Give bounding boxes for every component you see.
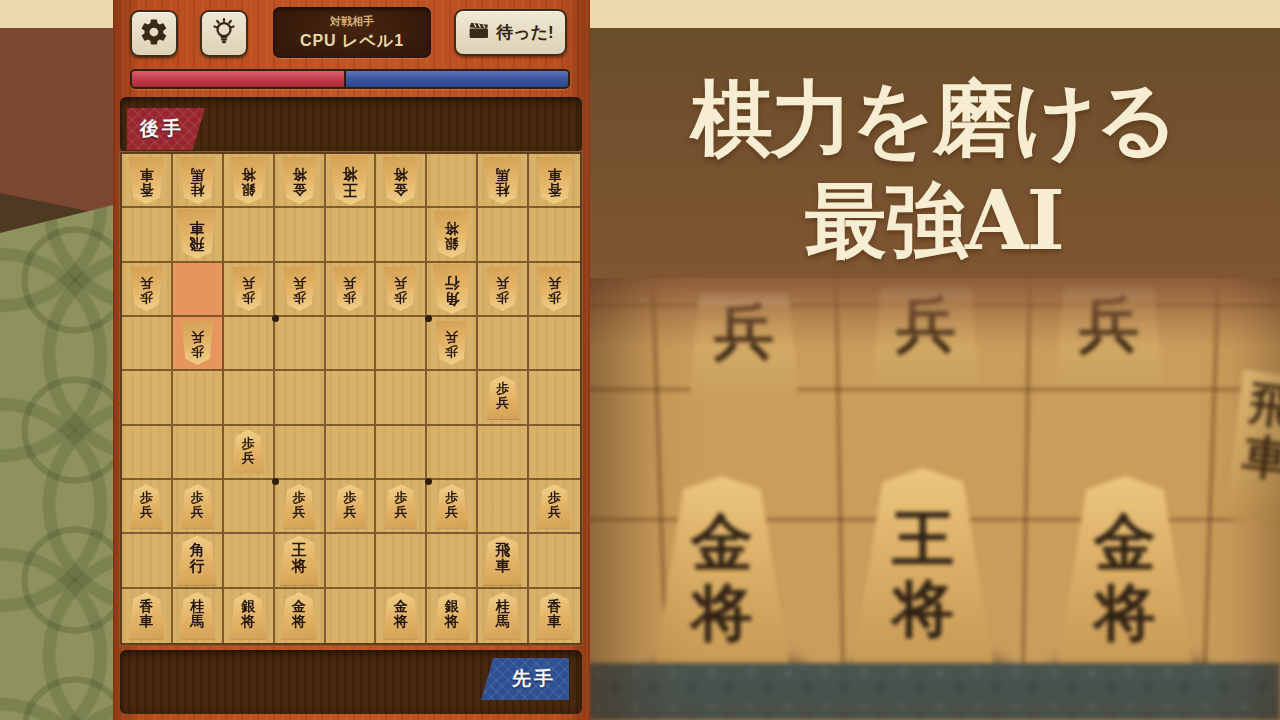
board-cell[interactable]: 歩兵 [376,263,427,317]
piece-kanji: 兵 [191,505,204,519]
hint-button[interactable] [200,10,248,57]
board-cell[interactable] [275,426,326,480]
sente-piece[interactable]: 金将 [279,592,320,639]
sente-piece[interactable]: 銀将 [431,592,472,639]
gote-piece[interactable]: 角行 [430,264,474,314]
screen: 兵 兵 兵 飛車 金将 王将 金将 棋力を磨ける 最強AI [0,0,1280,720]
piece-kanji: 車 [139,614,153,629]
piece-kanji: 歩 [548,491,561,505]
board-cell[interactable] [376,317,427,371]
piece-kanji: 兵 [343,276,356,290]
gote-piece[interactable]: 歩兵 [382,267,419,311]
promo-line-2: 最強AI [588,170,1280,270]
gote-piece[interactable]: 桂馬 [482,157,523,204]
photo-vignette [588,278,1280,720]
left-background-pattern [0,205,113,720]
board-cell[interactable] [122,534,173,588]
sente-piece[interactable]: 歩兵 [179,484,216,528]
sente-piece[interactable]: 香車 [534,592,575,639]
board-cell[interactable]: 歩兵 [326,263,377,317]
board-cell[interactable]: 歩兵 [224,263,275,317]
board-cell[interactable]: 飛車 [478,534,529,588]
piece-kanji: 兵 [293,276,306,290]
opponent-panel: 対戦相手 CPU レベル1 [273,7,431,58]
board-cell[interactable]: 銀将 [224,154,275,208]
board-cell[interactable] [529,534,580,588]
board-cell[interactable]: 歩兵 [122,263,173,317]
board-cell[interactable]: 桂馬 [478,589,529,643]
board-cell[interactable]: 歩兵 [173,317,224,371]
piece-kanji: 銀 [241,599,255,614]
piece-kanji: 兵 [445,330,458,344]
board-cell[interactable]: 金将 [275,589,326,643]
board-cell[interactable] [427,426,478,480]
board-cell[interactable] [326,589,377,643]
piece-kanji: 歩 [140,491,153,505]
piece-kanji: 将 [445,614,459,629]
board-cell[interactable] [326,534,377,588]
piece-kanji: 飛 [495,542,510,558]
shogi-board: 香車桂馬銀将金将王将金将桂馬香車飛車銀将歩兵歩兵歩兵歩兵歩兵角行歩兵歩兵歩兵歩兵… [122,154,580,643]
piece-kanji: 将 [292,558,307,574]
piece-kanji: 兵 [140,276,153,290]
board-cell[interactable] [427,534,478,588]
board-cell[interactable] [275,371,326,425]
board-cell[interactable]: 歩兵 [529,263,580,317]
board-cell[interactable] [529,371,580,425]
board-cell[interactable]: 歩兵 [376,480,427,534]
piece-kanji: 歩 [394,491,407,505]
gote-piece[interactable]: 歩兵 [128,267,165,311]
gote-piece[interactable]: 歩兵 [484,267,521,311]
undo-move-label: 待った! [496,21,553,44]
board-cell[interactable]: 歩兵 [427,317,478,371]
board-cell[interactable]: 香車 [122,589,173,643]
board-cell[interactable] [326,426,377,480]
piece-kanji: 桂 [496,182,510,197]
sente-piece[interactable]: 歩兵 [230,430,267,474]
board-cell[interactable]: 香車 [529,154,580,208]
board-cell[interactable] [427,371,478,425]
star-point [272,478,279,485]
gote-piece[interactable]: 歩兵 [433,321,470,365]
board-cell[interactable]: 銀将 [224,589,275,643]
piece-kanji: 車 [139,167,153,182]
sente-piece[interactable]: 桂馬 [482,592,523,639]
gote-piece[interactable]: 桂馬 [177,157,218,204]
piece-kanji: 兵 [496,396,509,410]
piece-kanji: 桂 [496,599,510,614]
board-cell[interactable]: 歩兵 [173,480,224,534]
board-cell[interactable]: 歩兵 [224,426,275,480]
gote-piece[interactable]: 香車 [534,157,575,204]
board-cell[interactable] [478,480,529,534]
board-cell[interactable] [376,208,427,262]
board-cell[interactable] [275,208,326,262]
board-cell[interactable]: 金将 [275,154,326,208]
promo-area: 兵 兵 兵 飛車 金将 王将 金将 棋力を磨ける 最強AI [588,0,1280,720]
shogi-photo: 兵 兵 兵 飛車 金将 王将 金将 [588,278,1280,720]
piece-kanji: 兵 [343,505,356,519]
settings-button[interactable] [130,10,178,57]
board-cell[interactable]: 王将 [326,154,377,208]
game-panel: 対戦相手 CPU レベル1 待った! 後手 香車桂馬銀将金将王将金将桂馬香車飛車… [113,0,590,720]
gote-piece[interactable]: 銀将 [431,211,472,258]
piece-kanji: 歩 [140,290,153,304]
piece-kanji: 銀 [445,599,459,614]
board-cell[interactable]: 香車 [122,154,173,208]
piece-kanji: 歩 [242,290,255,304]
piece-kanji: 将 [241,614,255,629]
piece-kanji: 桂 [190,599,204,614]
piece-kanji: 兵 [191,330,204,344]
shogi-board-wrap: 香車桂馬銀将金将王将金将桂馬香車飛車銀将歩兵歩兵歩兵歩兵歩兵角行歩兵歩兵歩兵歩兵… [120,152,582,645]
board-cell[interactable] [224,317,275,371]
board-cell[interactable] [122,371,173,425]
board-cell[interactable]: 歩兵 [478,371,529,425]
piece-kanji: 歩 [394,290,407,304]
board-cell[interactable] [173,371,224,425]
sente-piece[interactable]: 王将 [277,535,321,585]
sente-piece[interactable]: 歩兵 [433,484,470,528]
piece-kanji: 飛 [190,236,205,252]
sente-piece[interactable]: 歩兵 [484,375,521,419]
piece-kanji: 歩 [242,437,255,451]
piece-kanji: 香 [139,599,153,614]
board-cell[interactable] [376,426,427,480]
board-cell[interactable] [427,154,478,208]
board-cell[interactable] [478,317,529,371]
piece-kanji: 王 [292,542,307,558]
board-cell[interactable] [173,426,224,480]
sente-piece[interactable]: 歩兵 [331,484,368,528]
piece-kanji: 将 [292,167,306,182]
piece-kanji: 歩 [293,491,306,505]
piece-kanji: 歩 [496,290,509,304]
star-point [425,315,432,322]
piece-kanji: 将 [394,167,408,182]
piece-kanji: 香 [548,182,562,197]
undo-move-button[interactable]: 待った! [454,9,567,56]
piece-kanji: 将 [394,614,408,629]
sente-piece[interactable]: 銀将 [228,592,269,639]
board-cell[interactable] [478,208,529,262]
piece-kanji: 王 [342,182,357,198]
board-cell[interactable] [122,208,173,262]
promo-line-1: 棋力を磨ける [588,66,1280,170]
gote-piece[interactable]: 歩兵 [179,321,216,365]
piece-kanji: 馬 [496,167,510,182]
board-cell[interactable]: 金将 [376,589,427,643]
board-cell[interactable]: 歩兵 [122,480,173,534]
evaluation-bar-blue [346,71,568,87]
piece-kanji: 兵 [445,505,458,519]
board-cell[interactable] [122,317,173,371]
lightbulb-icon [209,17,239,51]
piece-kanji: 金 [292,182,306,197]
piece-kanji: 兵 [548,505,561,519]
board-cell[interactable]: 王将 [275,534,326,588]
gear-icon [139,17,169,51]
gote-piece[interactable]: 歩兵 [281,267,318,311]
evaluation-bar-red [132,71,346,87]
piece-kanji: 金 [394,182,408,197]
board-cell[interactable]: 金将 [376,154,427,208]
board-cell[interactable]: 歩兵 [427,480,478,534]
piece-kanji: 将 [342,166,357,182]
piece-kanji: 馬 [496,614,510,629]
board-cell[interactable]: 桂馬 [173,589,224,643]
board-cell[interactable] [478,426,529,480]
star-point [425,478,432,485]
sente-piece[interactable]: 飛車 [481,535,525,585]
piece-kanji: 車 [190,220,205,236]
sente-banner: 先手 [481,658,569,700]
board-cell[interactable] [224,480,275,534]
gote-piece[interactable]: 銀将 [228,157,269,204]
board-cell[interactable]: 角行 [173,534,224,588]
piece-kanji: 歩 [293,290,306,304]
piece-kanji: 馬 [190,614,204,629]
piece-kanji: 将 [241,167,255,182]
board-cell[interactable]: 歩兵 [478,263,529,317]
piece-kanji: 歩 [445,491,458,505]
opponent-value: CPU レベル1 [300,31,404,52]
board-cell[interactable]: 歩兵 [326,480,377,534]
piece-kanji: 銀 [445,236,459,251]
board-cell[interactable] [529,208,580,262]
piece-kanji: 歩 [548,290,561,304]
piece-kanji: 角 [190,542,205,558]
piece-kanji: 馬 [190,167,204,182]
gote-piece[interactable]: 歩兵 [230,267,267,311]
piece-kanji: 歩 [191,491,204,505]
board-cell[interactable] [173,263,224,317]
left-background [0,0,113,720]
gote-piece[interactable]: 王将 [328,155,372,205]
gote-piece[interactable]: 歩兵 [331,267,368,311]
piece-kanji: 歩 [496,382,509,396]
board-cell[interactable] [529,317,580,371]
sente-piece[interactable]: 桂馬 [177,592,218,639]
piece-kanji: 車 [495,558,510,574]
board-cell[interactable]: 角行 [427,263,478,317]
gote-banner: 後手 [127,108,205,150]
board-cell[interactable]: 銀将 [427,208,478,262]
piece-kanji: 兵 [242,451,255,465]
piece-kanji: 兵 [293,505,306,519]
sente-piece[interactable]: 角行 [175,535,219,585]
sente-piece[interactable]: 歩兵 [128,484,165,528]
board-cell[interactable] [326,371,377,425]
piece-kanji: 兵 [140,505,153,519]
piece-kanji: 桂 [190,182,204,197]
promo-headline: 棋力を磨ける 最強AI [588,66,1280,270]
evaluation-bar [130,69,570,89]
board-cell[interactable] [326,317,377,371]
gote-piece[interactable]: 歩兵 [536,267,573,311]
piece-kanji: 車 [548,167,562,182]
piece-kanji: 香 [548,599,562,614]
clapperboard-icon [467,18,491,47]
piece-kanji: 将 [445,221,459,236]
opponent-label: 対戦相手 [330,14,374,29]
sente-piece[interactable]: 歩兵 [281,484,318,528]
piece-kanji: 金 [394,599,408,614]
piece-kanji: 角 [444,291,459,307]
gote-piece[interactable]: 金将 [279,157,320,204]
board-cell[interactable] [529,426,580,480]
board-cell[interactable] [376,371,427,425]
board-cell[interactable] [275,317,326,371]
board-cell[interactable]: 銀将 [427,589,478,643]
sente-piece[interactable]: 歩兵 [382,484,419,528]
gote-piece[interactable]: 香車 [126,157,167,204]
board-cell[interactable]: 香車 [529,589,580,643]
board-cell[interactable] [326,208,377,262]
board-cell[interactable] [224,534,275,588]
board-cell[interactable]: 歩兵 [275,263,326,317]
piece-kanji: 歩 [343,491,356,505]
piece-kanji: 金 [292,599,306,614]
piece-kanji: 兵 [548,276,561,290]
piece-kanji: 歩 [191,344,204,358]
piece-kanji: 将 [292,614,306,629]
board-cell[interactable] [224,371,275,425]
piece-kanji: 歩 [445,344,458,358]
sente-piece[interactable]: 歩兵 [536,484,573,528]
piece-kanji: 兵 [394,505,407,519]
piece-kanji: 歩 [343,290,356,304]
board-cell[interactable]: 桂馬 [173,154,224,208]
board-cell[interactable]: 歩兵 [529,480,580,534]
piece-kanji: 車 [548,614,562,629]
board-cell[interactable]: 飛車 [173,208,224,262]
piece-kanji: 銀 [241,182,255,197]
board-cell[interactable] [122,426,173,480]
gote-piece[interactable]: 金将 [380,157,421,204]
board-cell[interactable]: 歩兵 [275,480,326,534]
piece-kanji: 香 [139,182,153,197]
piece-kanji: 兵 [394,276,407,290]
piece-kanji: 行 [444,275,459,291]
sente-piece[interactable]: 香車 [126,592,167,639]
piece-kanji: 兵 [242,276,255,290]
piece-kanji: 兵 [496,276,509,290]
gote-piece[interactable]: 飛車 [175,209,219,259]
piece-kanji: 行 [190,558,205,574]
star-point [272,315,279,322]
sente-piece[interactable]: 金将 [380,592,421,639]
board-cell[interactable]: 桂馬 [478,154,529,208]
board-cell[interactable] [376,534,427,588]
board-cell[interactable] [224,208,275,262]
